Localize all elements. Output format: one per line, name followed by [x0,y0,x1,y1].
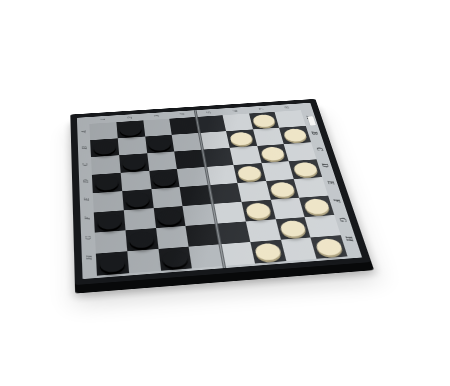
square-H5 [220,242,255,266]
square-H2 [127,249,161,273]
black-checker-piece: ● [93,172,120,192]
board-frame: 12345678 12345678 ABCDEFGH ABCDEFGH ●●●●… [70,99,371,285]
square-F8: ● [299,196,334,218]
white-checker-piece: ● [258,143,288,162]
square-D8: ● [289,159,322,179]
white-checker-piece: ● [312,234,346,257]
white-checker-piece: ● [251,238,284,262]
square-B6: ● [226,129,257,147]
square-F5 [212,202,246,224]
checkers-board: 12345678 12345678 ABCDEFGH ABCDEFGH ●●●●… [70,99,371,285]
white-checker-piece: ● [290,158,321,178]
square-E5 [209,183,242,204]
square-H3: ● [158,247,192,271]
black-checker-piece: ● [123,188,152,209]
black-checker-piece: ● [154,205,184,227]
black-checker-piece: ● [150,168,178,188]
board-plate: 12345678 12345678 ABCDEFGH ABCDEFGH ●●●●… [77,103,362,279]
white-checker-piece: ● [280,125,309,143]
black-checker-piece: ● [95,209,124,231]
square-F1: ● [94,210,125,232]
black-checker-piece: ● [120,152,147,171]
white-checker-piece: ● [250,111,278,128]
square-B8: ● [279,126,311,144]
white-checker-piece: ● [276,216,309,238]
square-G5 [216,221,250,244]
white-checker-piece: ● [300,194,332,215]
square-E2: ● [122,189,153,210]
square-C2: ● [119,153,149,172]
square-H8: ● [311,235,348,259]
black-checker-piece: ● [117,119,143,137]
square-D1: ● [92,173,122,193]
square-F3: ● [153,206,185,228]
black-checker-piece: ● [146,134,173,152]
black-checker-piece: ● [91,137,117,156]
black-checker-piece: ● [159,245,190,269]
product-photo: 12345678 12345678 ABCDEFGH ABCDEFGH ●●●●… [0,0,450,386]
white-checker-piece: ● [242,199,273,220]
square-A5 [196,115,226,133]
square-D3: ● [149,169,180,189]
square-C5 [202,148,233,167]
square-B3: ● [145,135,175,154]
square-F6: ● [241,200,275,222]
black-checker-piece: ● [97,250,127,274]
square-D5 [205,165,237,185]
black-checker-piece: ● [126,227,156,250]
square-G2: ● [125,228,158,251]
white-checker-piece: ● [227,128,255,146]
square-H1: ● [96,251,129,275]
white-checker-piece: ● [234,162,264,182]
square-B1: ● [90,138,119,157]
white-checker-piece: ● [267,178,298,198]
square-B5 [199,131,230,149]
square-A2: ● [116,120,145,138]
square-D6: ● [233,163,265,183]
